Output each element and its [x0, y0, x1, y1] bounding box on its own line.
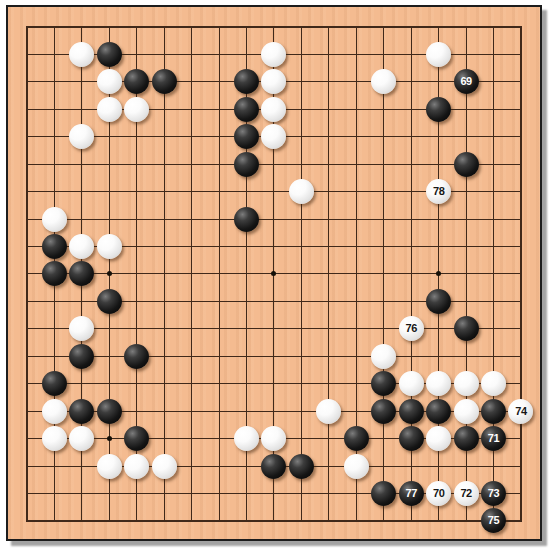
stone-black: [399, 399, 424, 424]
stone-black: [124, 344, 149, 369]
stone-black-move-73: 73: [481, 481, 506, 506]
stone-black: [371, 399, 396, 424]
move-number-label: 71: [488, 433, 499, 444]
stone-black: [344, 426, 369, 451]
stone-white-move-72: 72: [454, 481, 479, 506]
stone-black: [426, 97, 451, 122]
stone-white: [42, 207, 67, 232]
stone-white: [344, 454, 369, 479]
screenshot: 69787674717770727375: [0, 0, 550, 550]
grid-line-horizontal: [26, 520, 522, 522]
stone-black: [97, 399, 122, 424]
move-number-label: 73: [488, 488, 499, 499]
star-point: [107, 436, 112, 441]
stone-white: [426, 42, 451, 67]
stone-white: [97, 97, 122, 122]
move-number-label: 75: [488, 515, 499, 526]
stone-white: [371, 344, 396, 369]
stone-white: [124, 454, 149, 479]
stone-black: [426, 399, 451, 424]
stone-white: [97, 454, 122, 479]
stone-black-move-77: 77: [399, 481, 424, 506]
stone-white: [454, 371, 479, 396]
stone-black: [454, 152, 479, 177]
stone-black: [234, 97, 259, 122]
grid-line-vertical: [383, 26, 384, 522]
grid-line-horizontal: [26, 356, 522, 357]
stone-black: [454, 426, 479, 451]
stone-black: [289, 454, 314, 479]
stone-black: [97, 42, 122, 67]
move-number-label: 69: [460, 76, 471, 87]
grid-line-vertical: [520, 26, 522, 522]
move-number-label: 74: [515, 406, 526, 417]
stone-black: [97, 289, 122, 314]
stone-black: [234, 152, 259, 177]
grid-line-horizontal: [26, 328, 522, 329]
stone-black: [481, 399, 506, 424]
stone-black: [234, 207, 259, 232]
stone-black-move-69: 69: [454, 69, 479, 94]
stone-white: [454, 399, 479, 424]
stone-black: [399, 426, 424, 451]
stone-white: [399, 371, 424, 396]
stone-black: [42, 234, 67, 259]
stone-white: [42, 399, 67, 424]
stone-black: [426, 289, 451, 314]
stone-white: [316, 399, 341, 424]
grid-line-vertical: [301, 26, 302, 522]
move-number-label: 72: [460, 488, 471, 499]
stone-white-move-76: 76: [399, 316, 424, 341]
stone-white: [289, 179, 314, 204]
stone-black: [261, 454, 286, 479]
move-number-label: 70: [433, 488, 444, 499]
move-number-label: 76: [405, 323, 416, 334]
stone-black: [152, 69, 177, 94]
stone-white: [42, 426, 67, 451]
stone-black: [454, 316, 479, 341]
move-number-label: 78: [433, 186, 444, 197]
stone-black: [69, 399, 94, 424]
stone-white: [152, 454, 177, 479]
move-number-label: 77: [405, 488, 416, 499]
grid-line-vertical: [328, 26, 329, 522]
stone-white: [124, 97, 149, 122]
stone-white: [97, 234, 122, 259]
